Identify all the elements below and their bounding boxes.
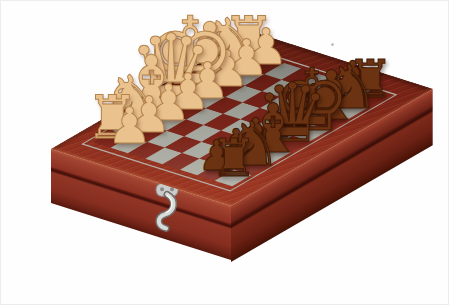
square-a8: ♜ [215, 170, 252, 187]
product-photo-chess-box: ♜♞♝♛♚♝♞♜♟♟♟♟♟♟♟♟♟♟♟♟♟♟♟♟♜♞♝♛♚♝♞♜ [0, 0, 449, 305]
metal-clasp [150, 182, 184, 232]
square-a2: ♟ [111, 137, 148, 154]
dust-speck [331, 43, 334, 46]
latch-icon [150, 182, 184, 232]
